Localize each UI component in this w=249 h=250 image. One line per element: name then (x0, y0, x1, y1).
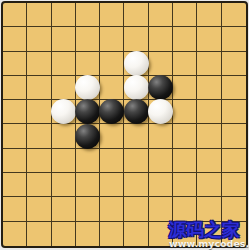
black-stone (99, 99, 124, 124)
board-cell[interactable] (100, 197, 124, 221)
board-cell[interactable] (222, 3, 246, 27)
board-cell[interactable] (222, 27, 246, 51)
board-cell[interactable] (197, 52, 221, 76)
board-cell[interactable] (27, 52, 51, 76)
board-cell[interactable] (222, 149, 246, 173)
board-cell[interactable] (124, 197, 148, 221)
board-cell[interactable] (100, 27, 124, 51)
board-cell[interactable] (173, 52, 197, 76)
board-cell[interactable] (52, 100, 76, 124)
board-cell[interactable] (173, 173, 197, 197)
board-cell[interactable] (3, 124, 27, 148)
board-cell[interactable] (76, 197, 100, 221)
board-cell[interactable] (173, 76, 197, 100)
board-cell[interactable] (124, 52, 148, 76)
board-cell[interactable] (52, 76, 76, 100)
board-cell[interactable] (124, 76, 148, 100)
board-cell[interactable] (222, 76, 246, 100)
board-cell[interactable] (197, 27, 221, 51)
board-cell[interactable] (3, 27, 27, 51)
board-cell[interactable] (3, 3, 27, 27)
board-cell[interactable] (52, 3, 76, 27)
board-cell[interactable] (197, 149, 221, 173)
board-cell[interactable] (149, 3, 173, 27)
board-cell[interactable] (149, 100, 173, 124)
board-cell[interactable] (173, 27, 197, 51)
board-cell[interactable] (100, 124, 124, 148)
board-cell[interactable] (3, 173, 27, 197)
gomoku-game-window: 源码之家 www.mycodes.net (0, 0, 249, 250)
board-cell[interactable] (149, 52, 173, 76)
board-cell[interactable] (100, 222, 124, 246)
white-stone (124, 75, 149, 100)
board-cell[interactable] (76, 149, 100, 173)
board-cell[interactable] (149, 124, 173, 148)
board-cell[interactable] (197, 100, 221, 124)
board-cell[interactable] (149, 173, 173, 197)
board-cell[interactable] (3, 197, 27, 221)
white-stone (148, 99, 173, 124)
board-cell[interactable] (76, 173, 100, 197)
board-cell[interactable] (27, 197, 51, 221)
board-cell[interactable] (222, 100, 246, 124)
board-cell[interactable] (76, 124, 100, 148)
board-cell[interactable] (100, 52, 124, 76)
board-cell[interactable] (100, 149, 124, 173)
black-stone (124, 99, 149, 124)
board-cell[interactable] (76, 3, 100, 27)
board-cell[interactable] (222, 52, 246, 76)
board-cell[interactable] (3, 149, 27, 173)
board-cell[interactable] (3, 76, 27, 100)
board-cell[interactable] (100, 100, 124, 124)
board-cell[interactable] (124, 124, 148, 148)
black-stone (75, 99, 100, 124)
board-cell[interactable] (27, 173, 51, 197)
board-cell[interactable] (149, 149, 173, 173)
board-cell[interactable] (76, 76, 100, 100)
board-cell[interactable] (76, 222, 100, 246)
board-cell[interactable] (197, 124, 221, 148)
board-cell[interactable] (149, 27, 173, 51)
board-cell[interactable] (124, 27, 148, 51)
white-stone (124, 51, 149, 76)
board-cell[interactable] (173, 124, 197, 148)
board-cell[interactable] (52, 124, 76, 148)
board-cell[interactable] (27, 149, 51, 173)
board-cell[interactable] (52, 27, 76, 51)
board-cell[interactable] (76, 27, 100, 51)
board-cell[interactable] (124, 149, 148, 173)
watermark-site-url: www.mycodes.net (169, 238, 249, 249)
board-cell[interactable] (124, 222, 148, 246)
board-cell[interactable] (76, 100, 100, 124)
board-cell[interactable] (3, 52, 27, 76)
board-cell[interactable] (124, 173, 148, 197)
board-cell[interactable] (52, 52, 76, 76)
board-cell[interactable] (52, 222, 76, 246)
board-cell[interactable] (149, 76, 173, 100)
board-cell[interactable] (197, 3, 221, 27)
board-cell[interactable] (124, 100, 148, 124)
board-cell[interactable] (27, 76, 51, 100)
board-cell[interactable] (52, 197, 76, 221)
board-cell[interactable] (3, 100, 27, 124)
white-stone (75, 75, 100, 100)
board-cell[interactable] (27, 3, 51, 27)
board-cell[interactable] (197, 76, 221, 100)
board-cell[interactable] (76, 52, 100, 76)
board-cell[interactable] (27, 27, 51, 51)
black-stone (148, 75, 173, 100)
white-stone (51, 99, 76, 124)
board-cell[interactable] (197, 173, 221, 197)
board-cell[interactable] (222, 173, 246, 197)
watermark-site-name: 源码之家 (168, 219, 240, 240)
board-cell[interactable] (52, 173, 76, 197)
board-cell[interactable] (222, 124, 246, 148)
board-cell[interactable] (27, 100, 51, 124)
board-cell[interactable] (124, 3, 148, 27)
board-cell[interactable] (27, 124, 51, 148)
board-cell[interactable] (100, 3, 124, 27)
board-cell[interactable] (100, 76, 124, 100)
board-cell[interactable] (173, 3, 197, 27)
board-cell[interactable] (173, 149, 197, 173)
board-cell[interactable] (173, 100, 197, 124)
board-cell[interactable] (3, 222, 27, 246)
board-cell[interactable] (52, 149, 76, 173)
board-cell[interactable] (27, 222, 51, 246)
board-cell[interactable] (100, 173, 124, 197)
gomoku-board[interactable] (1, 1, 248, 248)
black-stone (75, 124, 100, 149)
